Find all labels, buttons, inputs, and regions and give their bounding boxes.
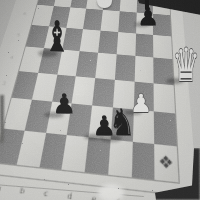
square-f4 — [115, 54, 135, 81]
square-e5 — [98, 30, 118, 54]
square-f6 — [118, 11, 136, 33]
rank-label-4: 4 — [6, 45, 17, 69]
square-e4 — [95, 53, 116, 80]
black-knight-e2: ♞ — [109, 104, 136, 141]
chess-board: ❖ abcdefgh 87654321 — [0, 0, 200, 200]
chessboard-photo: ❖ abcdefgh 87654321 ♝♟♛♟♟♟♞ — [0, 0, 200, 200]
square-h1: ❖ — [154, 143, 178, 182]
black-pawn-b3: ♟ — [52, 90, 76, 117]
white-queen-h5: ♛ — [172, 42, 200, 88]
rank-label-3: 3 — [0, 70, 10, 97]
file-label-g: g — [130, 197, 155, 200]
piece-top-cutoff — [145, 0, 149, 11]
black-bishop-a6: ♝ — [43, 16, 70, 58]
square-h5 — [153, 35, 172, 60]
square-e6 — [101, 10, 120, 32]
corner-rosette-ornament: ❖ — [154, 143, 178, 182]
square-g1 — [131, 141, 155, 180]
square-h2 — [154, 111, 177, 145]
square-f1 — [108, 139, 132, 177]
square-g4 — [134, 56, 154, 83]
table-shadow-left — [0, 95, 4, 143]
square-e1 — [85, 137, 111, 175]
board-speckles — [0, 0, 1, 1]
rank-label-5: 5 — [14, 24, 24, 46]
square-g5 — [135, 33, 154, 57]
square-f5 — [116, 32, 135, 56]
rank-label-6: 6 — [20, 4, 29, 24]
foreground-blur-object — [98, 184, 124, 200]
